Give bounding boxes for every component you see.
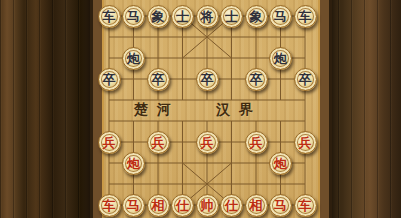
piece-character: 炮 (127, 156, 140, 169)
piece-character: 马 (274, 9, 287, 22)
piece-black-horse[interactable]: 马 (269, 5, 292, 28)
piece-character: 兵 (103, 135, 116, 148)
piece-character: 相 (250, 198, 263, 211)
piece-black-chariot[interactable]: 车 (294, 5, 317, 28)
piece-character: 象 (250, 9, 263, 22)
piece-character: 兵 (299, 135, 312, 148)
piece-character: 炮 (127, 51, 140, 64)
piece-black-elephant[interactable]: 象 (245, 5, 268, 28)
piece-character: 卒 (201, 72, 214, 85)
board-frame (90, 0, 332, 218)
piece-character: 象 (152, 9, 165, 22)
piece-black-soldier[interactable]: 卒 (245, 68, 268, 91)
piece-character: 马 (127, 198, 140, 211)
xiangqi-game-screen: 楚河 汉界 车马象士将士象马车炮炮卒卒卒卒卒兵兵兵兵兵炮炮车马相仕帅仕相马车 (0, 0, 401, 218)
piece-black-advisor[interactable]: 士 (171, 5, 194, 28)
piece-black-general[interactable]: 将 (196, 5, 219, 28)
piece-character: 卒 (299, 72, 312, 85)
piece-character: 兵 (250, 135, 263, 148)
piece-black-cannon[interactable]: 炮 (269, 47, 292, 70)
piece-black-cannon[interactable]: 炮 (122, 47, 145, 70)
piece-red-soldier[interactable]: 兵 (196, 131, 219, 154)
piece-character: 卒 (250, 72, 263, 85)
piece-red-chariot[interactable]: 车 (294, 194, 317, 217)
piece-character: 马 (127, 9, 140, 22)
piece-character: 仕 (176, 198, 189, 211)
river-label-chu-he: 楚河 (134, 101, 180, 119)
piece-red-advisor[interactable]: 仕 (220, 194, 243, 217)
piece-character: 兵 (152, 135, 165, 148)
piece-red-advisor[interactable]: 仕 (171, 194, 194, 217)
piece-red-elephant[interactable]: 相 (245, 194, 268, 217)
piece-character: 将 (201, 9, 214, 22)
piece-red-soldier[interactable]: 兵 (98, 131, 121, 154)
piece-red-soldier[interactable]: 兵 (294, 131, 317, 154)
piece-character: 车 (299, 198, 312, 211)
piece-character: 车 (103, 9, 116, 22)
piece-character: 卒 (103, 72, 116, 85)
piece-black-soldier[interactable]: 卒 (294, 68, 317, 91)
piece-character: 卒 (152, 72, 165, 85)
piece-black-chariot[interactable]: 车 (98, 5, 121, 28)
piece-red-soldier[interactable]: 兵 (147, 131, 170, 154)
piece-red-horse[interactable]: 马 (269, 194, 292, 217)
piece-character: 车 (299, 9, 312, 22)
piece-red-cannon[interactable]: 炮 (122, 152, 145, 175)
piece-character: 车 (103, 198, 116, 211)
piece-character: 帅 (201, 198, 214, 211)
piece-red-soldier[interactable]: 兵 (245, 131, 268, 154)
piece-character: 仕 (225, 198, 238, 211)
piece-character: 兵 (201, 135, 214, 148)
piece-character: 士 (225, 9, 238, 22)
piece-black-soldier[interactable]: 卒 (196, 68, 219, 91)
piece-black-soldier[interactable]: 卒 (98, 68, 121, 91)
piece-black-elephant[interactable]: 象 (147, 5, 170, 28)
piece-red-horse[interactable]: 马 (122, 194, 145, 217)
piece-red-elephant[interactable]: 相 (147, 194, 170, 217)
piece-character: 士 (176, 9, 189, 22)
piece-character: 炮 (274, 156, 287, 169)
piece-red-general[interactable]: 帅 (196, 194, 219, 217)
piece-character: 炮 (274, 51, 287, 64)
piece-red-cannon[interactable]: 炮 (269, 152, 292, 175)
piece-black-horse[interactable]: 马 (122, 5, 145, 28)
piece-red-chariot[interactable]: 车 (98, 194, 121, 217)
river-label-han-jie: 汉界 (216, 101, 262, 119)
piece-character: 马 (274, 198, 287, 211)
piece-black-soldier[interactable]: 卒 (147, 68, 170, 91)
piece-black-advisor[interactable]: 士 (220, 5, 243, 28)
piece-character: 相 (152, 198, 165, 211)
